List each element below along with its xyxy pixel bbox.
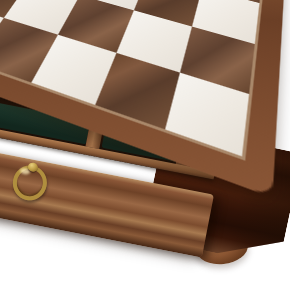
brass-ring-handle — [10, 162, 50, 203]
ring-knob — [27, 162, 39, 173]
product-photo-stage — [0, 0, 290, 290]
